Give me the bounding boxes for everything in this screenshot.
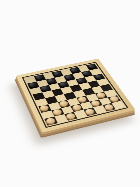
product-photo — [0, 0, 140, 187]
board-grid — [25, 64, 125, 126]
playing-area — [22, 62, 129, 128]
checkers-board — [16, 59, 135, 133]
